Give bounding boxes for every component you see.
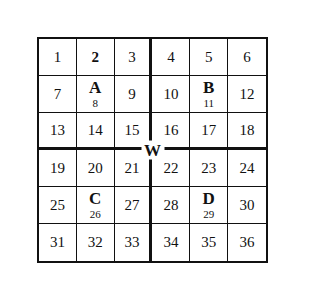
cell-number: 30 <box>240 198 255 213</box>
cell-31: 31 <box>39 224 77 261</box>
cell-number: 16 <box>163 123 178 138</box>
cell-number: 22 <box>163 161 178 176</box>
cell-2: 2 <box>77 39 115 76</box>
cell-letter: B <box>203 79 214 96</box>
cell-number: 7 <box>54 87 62 102</box>
cell-number: 28 <box>163 198 178 213</box>
cell-4: 4 <box>152 39 190 76</box>
cell-letter-stack: D29 <box>203 190 215 220</box>
cell-30: 30 <box>228 187 266 224</box>
cell-13: 13 <box>39 113 77 150</box>
cell-19: 19 <box>39 150 77 187</box>
cell-10: 10 <box>152 76 190 113</box>
cell-36: 36 <box>228 224 266 261</box>
cell-number: 27 <box>125 198 140 213</box>
cell-11: B11 <box>190 76 228 113</box>
cell-number: 9 <box>128 87 136 102</box>
cell-9: 9 <box>115 76 153 113</box>
cell-number: 17 <box>201 123 216 138</box>
cell-1: 1 <box>39 39 77 76</box>
cell-35: 35 <box>190 224 228 261</box>
cell-letter-stack: A8 <box>89 79 101 109</box>
cell-number: 12 <box>240 87 255 102</box>
cell-20: 20 <box>77 150 115 187</box>
cell-17: 17 <box>190 113 228 150</box>
cell-subnumber: 11 <box>203 98 214 109</box>
cell-number: 31 <box>50 235 65 250</box>
cell-letter: A <box>89 79 101 96</box>
cell-number: 25 <box>50 198 65 213</box>
cell-25: 25 <box>39 187 77 224</box>
cell-number: 15 <box>125 123 140 138</box>
cell-32: 32 <box>77 224 115 261</box>
cell-23: 23 <box>190 150 228 187</box>
cell-18: 18 <box>228 113 266 150</box>
cell-number: 23 <box>201 161 216 176</box>
grid-board: 1234567A8910B111213141516171819202122232… <box>37 37 268 263</box>
cell-number: 35 <box>201 235 216 250</box>
cell-3: 3 <box>115 39 153 76</box>
cell-6: 6 <box>228 39 266 76</box>
cell-number: 13 <box>50 123 65 138</box>
cell-number: 18 <box>240 123 255 138</box>
cell-subnumber: 29 <box>203 209 214 220</box>
cell-27: 27 <box>115 187 153 224</box>
cell-29: D29 <box>190 187 228 224</box>
cell-33: 33 <box>115 224 153 261</box>
cell-number: 5 <box>205 50 213 65</box>
cell-28: 28 <box>152 187 190 224</box>
cell-number: 36 <box>240 235 255 250</box>
cell-letter: C <box>89 190 101 207</box>
cell-7: 7 <box>39 76 77 113</box>
cell-34: 34 <box>152 224 190 261</box>
center-label-w: W <box>141 141 164 160</box>
cell-number: 10 <box>163 87 178 102</box>
cell-number: 32 <box>88 235 103 250</box>
cell-14: 14 <box>77 113 115 150</box>
cell-8: A8 <box>77 76 115 113</box>
cell-12: 12 <box>228 76 266 113</box>
cell-number: 3 <box>128 50 136 65</box>
cell-number: 34 <box>163 235 178 250</box>
cell-number: 1 <box>54 50 62 65</box>
cell-letter: D <box>203 190 215 207</box>
cell-number: 14 <box>88 123 103 138</box>
cell-number: 21 <box>125 161 140 176</box>
cell-number: 6 <box>243 50 251 65</box>
cell-24: 24 <box>228 150 266 187</box>
cell-subnumber: 8 <box>92 98 98 109</box>
cell-5: 5 <box>190 39 228 76</box>
cell-number: 4 <box>167 50 175 65</box>
cell-number: 24 <box>240 161 255 176</box>
cell-number: 33 <box>125 235 140 250</box>
cell-26: C26 <box>77 187 115 224</box>
cell-letter-stack: B11 <box>203 79 214 109</box>
cell-number: 2 <box>91 50 99 65</box>
cell-number: 20 <box>88 161 103 176</box>
cell-subnumber: 26 <box>90 209 101 220</box>
cell-number: 19 <box>50 161 65 176</box>
cell-letter-stack: C26 <box>89 190 101 220</box>
